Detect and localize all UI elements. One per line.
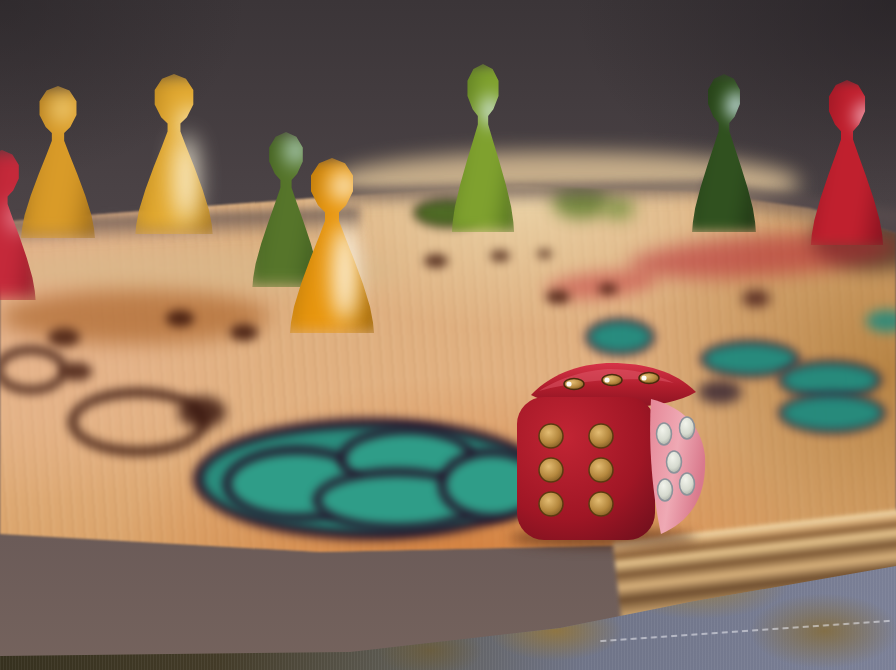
pawn-red-right: [804, 80, 890, 245]
die-front-face: [517, 397, 655, 540]
photo-ludo-board-scene: [0, 0, 896, 670]
pawn-yellow-2: [128, 74, 220, 234]
pawn-orange-mid-highlight: [332, 225, 358, 321]
pawn-green-center: [446, 64, 520, 232]
pawn-yellow-1: [14, 86, 102, 238]
pawn-green-right: [686, 74, 762, 232]
red-die: [509, 357, 715, 549]
pawn-yellow-2-highlight: [174, 135, 198, 223]
